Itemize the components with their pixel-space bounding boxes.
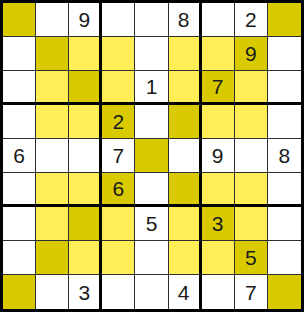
cell-r6c6[interactable] xyxy=(169,173,202,207)
cell-r9c2[interactable] xyxy=(36,275,69,309)
cell-r1c1[interactable] xyxy=(3,3,36,37)
sudoku-board: 982917267986535347 xyxy=(0,0,304,312)
cell-r3c9[interactable] xyxy=(268,71,301,105)
cell-r1c6[interactable]: 8 xyxy=(169,3,202,37)
cell-r5c4[interactable]: 7 xyxy=(102,139,135,173)
cell-r9c5[interactable] xyxy=(135,275,168,309)
cell-r9c3[interactable]: 3 xyxy=(69,275,102,309)
cell-r6c8[interactable] xyxy=(235,173,268,207)
cell-r7c1[interactable] xyxy=(3,207,36,241)
cell-r1c5[interactable] xyxy=(135,3,168,37)
cell-r5c2[interactable] xyxy=(36,139,69,173)
cell-r6c4[interactable]: 6 xyxy=(102,173,135,207)
cell-r2c4[interactable] xyxy=(102,37,135,71)
cell-r4c7[interactable] xyxy=(202,105,235,139)
cell-r5c9[interactable]: 8 xyxy=(268,139,301,173)
cell-r7c4[interactable] xyxy=(102,207,135,241)
cell-r9c6[interactable]: 4 xyxy=(169,275,202,309)
cell-r4c1[interactable] xyxy=(3,105,36,139)
cell-r3c7[interactable]: 7 xyxy=(202,71,235,105)
cell-r8c9[interactable] xyxy=(268,241,301,275)
cell-r6c3[interactable] xyxy=(69,173,102,207)
cell-r7c5[interactable]: 5 xyxy=(135,207,168,241)
cell-r3c5[interactable]: 1 xyxy=(135,71,168,105)
cell-r9c1[interactable] xyxy=(3,275,36,309)
cell-r2c8[interactable]: 9 xyxy=(235,37,268,71)
cell-r6c5[interactable] xyxy=(135,173,168,207)
cell-r7c6[interactable] xyxy=(169,207,202,241)
cell-r7c7[interactable]: 3 xyxy=(202,207,235,241)
cell-r1c3[interactable]: 9 xyxy=(69,3,102,37)
cell-r1c2[interactable] xyxy=(36,3,69,37)
cell-r4c3[interactable] xyxy=(69,105,102,139)
cell-r5c3[interactable] xyxy=(69,139,102,173)
cell-r3c4[interactable] xyxy=(102,71,135,105)
cell-r8c1[interactable] xyxy=(3,241,36,275)
cell-r4c6[interactable] xyxy=(169,105,202,139)
cell-r2c3[interactable] xyxy=(69,37,102,71)
cell-r2c6[interactable] xyxy=(169,37,202,71)
cell-r9c4[interactable] xyxy=(102,275,135,309)
cell-r3c3[interactable] xyxy=(69,71,102,105)
cell-r8c8[interactable]: 5 xyxy=(235,241,268,275)
cell-r3c6[interactable] xyxy=(169,71,202,105)
cell-r8c4[interactable] xyxy=(102,241,135,275)
cell-r5c5[interactable] xyxy=(135,139,168,173)
cell-r6c9[interactable] xyxy=(268,173,301,207)
cell-r1c9[interactable] xyxy=(268,3,301,37)
cell-r4c9[interactable] xyxy=(268,105,301,139)
cell-r7c3[interactable] xyxy=(69,207,102,241)
cell-r4c8[interactable] xyxy=(235,105,268,139)
cell-r2c9[interactable] xyxy=(268,37,301,71)
cell-r4c2[interactable] xyxy=(36,105,69,139)
cell-r6c2[interactable] xyxy=(36,173,69,207)
cell-r7c8[interactable] xyxy=(235,207,268,241)
cell-r1c4[interactable] xyxy=(102,3,135,37)
cell-r9c8[interactable]: 7 xyxy=(235,275,268,309)
cell-r9c7[interactable] xyxy=(202,275,235,309)
cell-r8c3[interactable] xyxy=(69,241,102,275)
cell-r6c7[interactable] xyxy=(202,173,235,207)
cell-r2c5[interactable] xyxy=(135,37,168,71)
cell-r6c1[interactable] xyxy=(3,173,36,207)
cell-r2c1[interactable] xyxy=(3,37,36,71)
cell-r1c8[interactable]: 2 xyxy=(235,3,268,37)
cell-r3c2[interactable] xyxy=(36,71,69,105)
cell-r3c1[interactable] xyxy=(3,71,36,105)
cell-r8c2[interactable] xyxy=(36,241,69,275)
cell-r3c8[interactable] xyxy=(235,71,268,105)
cell-r7c2[interactable] xyxy=(36,207,69,241)
cell-r5c8[interactable] xyxy=(235,139,268,173)
cell-r5c1[interactable]: 6 xyxy=(3,139,36,173)
cell-r8c5[interactable] xyxy=(135,241,168,275)
cell-r7c9[interactable] xyxy=(268,207,301,241)
cell-r1c7[interactable] xyxy=(202,3,235,37)
cell-r2c7[interactable] xyxy=(202,37,235,71)
cell-r5c6[interactable] xyxy=(169,139,202,173)
cell-r4c4[interactable]: 2 xyxy=(102,105,135,139)
cell-r8c6[interactable] xyxy=(169,241,202,275)
cell-r2c2[interactable] xyxy=(36,37,69,71)
cell-r5c7[interactable]: 9 xyxy=(202,139,235,173)
cell-r4c5[interactable] xyxy=(135,105,168,139)
cell-r8c7[interactable] xyxy=(202,241,235,275)
cell-r9c9[interactable] xyxy=(268,275,301,309)
